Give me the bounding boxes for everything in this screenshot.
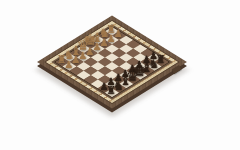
board-frame: ♜♟♟♜♞♟♟♞♝♟♟♝♚♟♟♚♛♟♟♛♝♟♟♝♞♟♟♞♜♟♟♜ [37,16,187,109]
piece-glyph: ♜ [101,85,121,96]
board-inlay-band: ♜♟♟♜♞♟♟♞♝♟♟♝♚♟♟♚♛♟♟♛♝♟♟♝♞♟♟♞♜♟♟♜ [44,20,180,104]
product-photo-background: ♜♟♟♜♞♟♟♞♝♟♟♝♚♟♟♚♛♟♟♛♝♟♟♝♞♟♟♞♜♟♟♜ [0,0,240,150]
square[interactable]: ♜ [105,88,119,97]
chess-board: ♜♟♟♜♞♟♟♞♝♟♟♝♚♟♟♚♛♟♟♛♝♟♟♝♞♟♟♞♜♟♟♜ [37,16,187,109]
